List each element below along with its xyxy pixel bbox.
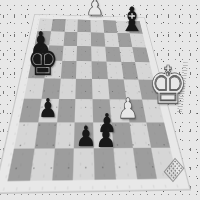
square-d4[interactable]	[76, 79, 93, 99]
square-d3[interactable]	[75, 99, 93, 122]
piece-black-king-b5[interactable]: ♚	[27, 40, 59, 82]
square-e8[interactable]	[90, 20, 103, 33]
piece-black-pawn-e2[interactable]: ♟	[95, 124, 116, 152]
piece-white-pawn-e8[interactable]: ♟	[86, 0, 104, 19]
square-c8[interactable]	[64, 19, 78, 32]
piece-black-pawn-b3[interactable]: ♟	[38, 95, 58, 121]
square-b2[interactable]	[34, 122, 56, 149]
square-e7[interactable]	[91, 32, 105, 46]
piece-white-king-h4[interactable]: ♚	[148, 59, 188, 111]
piece-white-pawn-f3[interactable]: ♟	[117, 95, 138, 123]
square-c7[interactable]	[63, 32, 77, 46]
piece-black-pawn-d2[interactable]: ♟	[75, 123, 96, 151]
piece-black-bishop-g8[interactable]: ♝	[119, 2, 145, 36]
square-d1[interactable]	[73, 149, 94, 181]
square-c5[interactable]	[60, 61, 76, 79]
square-c4[interactable]	[59, 79, 77, 99]
square-c6[interactable]	[62, 45, 77, 61]
chessboard-photo: ♟♝♟♚♚♟♟♟♟♟	[0, 0, 200, 200]
square-e6[interactable]	[91, 46, 106, 62]
square-c3[interactable]	[57, 99, 76, 122]
square-d6[interactable]	[77, 46, 92, 62]
square-e4[interactable]	[92, 79, 109, 99]
square-c1[interactable]	[52, 149, 75, 181]
square-d7[interactable]	[77, 32, 91, 46]
square-c2[interactable]	[54, 122, 75, 149]
square-d5[interactable]	[76, 61, 92, 79]
square-b8[interactable]	[51, 19, 65, 32]
square-e5[interactable]	[92, 61, 108, 79]
square-h6[interactable]	[132, 47, 149, 63]
square-d8[interactable]	[78, 19, 91, 32]
square-h2[interactable]	[147, 122, 171, 148]
square-b1[interactable]	[30, 149, 55, 181]
